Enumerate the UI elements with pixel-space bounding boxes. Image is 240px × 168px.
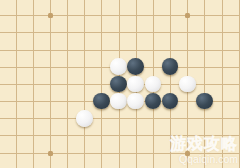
- grid-line-horizontal: [0, 153, 239, 154]
- black-stone: [127, 58, 144, 75]
- grid-line-vertical: [16, 0, 17, 168]
- grid-line-vertical: [170, 0, 171, 168]
- gomoku-app-screen: 游戏攻略 Qqaiqin.com: [0, 0, 240, 168]
- star-point: [48, 13, 53, 18]
- black-stone: [145, 93, 162, 110]
- grid-line-horizontal: [0, 118, 239, 119]
- gomoku-board[interactable]: [0, 0, 240, 168]
- white-stone: [145, 76, 162, 93]
- grid-line-vertical: [222, 0, 223, 168]
- grid-line-horizontal: [0, 15, 239, 16]
- black-stone: [110, 76, 127, 93]
- black-stone: [196, 93, 213, 110]
- black-stone: [162, 58, 179, 75]
- white-stone: [179, 76, 196, 93]
- grid-line-vertical: [50, 0, 51, 168]
- grid-line-horizontal: [0, 50, 239, 51]
- white-stone: [110, 58, 127, 75]
- white-stone: [127, 76, 144, 93]
- grid-line-vertical: [101, 0, 102, 168]
- grid-line-vertical: [84, 0, 85, 168]
- star-point: [48, 151, 53, 156]
- black-stone: [162, 93, 179, 110]
- grid-line-horizontal: [0, 135, 239, 136]
- grid-line-vertical: [239, 0, 240, 168]
- grid-line-vertical: [67, 0, 68, 168]
- black-stone: [93, 93, 110, 110]
- grid-line-vertical: [33, 0, 34, 168]
- star-point: [185, 151, 190, 156]
- white-stone: [76, 110, 93, 127]
- white-stone: [127, 93, 144, 110]
- white-stone: [110, 93, 127, 110]
- star-point: [185, 13, 190, 18]
- grid-line-vertical: [204, 0, 205, 168]
- grid-line-horizontal: [0, 32, 239, 33]
